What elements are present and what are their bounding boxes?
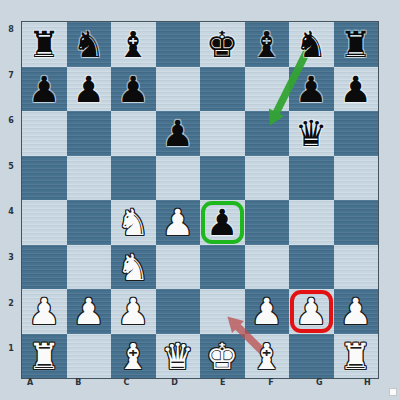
- square-c8[interactable]: ♝: [111, 22, 156, 67]
- black-knight-b8[interactable]: ♞: [67, 22, 112, 67]
- square-h1[interactable]: ♜: [334, 334, 379, 379]
- rank-label-5: 5: [5, 163, 17, 171]
- square-a4[interactable]: [22, 200, 67, 245]
- white-pawn-h2[interactable]: ♟: [334, 289, 379, 334]
- square-b7[interactable]: ♟: [67, 67, 112, 112]
- white-pawn-c2[interactable]: ♟: [111, 289, 156, 334]
- square-d8[interactable]: [156, 22, 201, 67]
- square-b6[interactable]: [67, 111, 112, 156]
- black-king-e8[interactable]: ♚: [200, 22, 245, 67]
- black-bishop-f8[interactable]: ♝: [245, 22, 290, 67]
- black-rook-h8[interactable]: ♜: [334, 22, 379, 67]
- square-b5[interactable]: [67, 156, 112, 201]
- square-a3[interactable]: [22, 245, 67, 290]
- file-label-c: C: [116, 379, 136, 387]
- square-a1[interactable]: ♜: [22, 334, 67, 379]
- white-pawn-g2[interactable]: ♟: [289, 289, 334, 334]
- square-d4[interactable]: ♟: [156, 200, 201, 245]
- square-a8[interactable]: ♜: [22, 22, 67, 67]
- square-g5[interactable]: [289, 156, 334, 201]
- square-d7[interactable]: [156, 67, 201, 112]
- black-rook-a8[interactable]: ♜: [22, 22, 67, 67]
- square-b8[interactable]: ♞: [67, 22, 112, 67]
- square-e5[interactable]: [200, 156, 245, 201]
- square-h7[interactable]: ♟: [334, 67, 379, 112]
- square-h8[interactable]: ♜: [334, 22, 379, 67]
- square-c7[interactable]: ♟: [111, 67, 156, 112]
- square-e8[interactable]: ♚: [200, 22, 245, 67]
- black-pawn-d6[interactable]: ♟: [156, 111, 201, 156]
- file-label-a: A: [20, 379, 40, 387]
- chess-board: ♜♞♝♚♝♞♜♟♟♟♟♟♟♛♞♟♟♞♟♟♟♟♟♟♜♝♛♚♝♜: [21, 21, 379, 379]
- square-f7[interactable]: [245, 67, 290, 112]
- square-c4[interactable]: ♞: [111, 200, 156, 245]
- square-f1[interactable]: ♝: [245, 334, 290, 379]
- rank-label-6: 6: [5, 117, 17, 125]
- square-c1[interactable]: ♝: [111, 334, 156, 379]
- black-knight-g8[interactable]: ♞: [289, 22, 334, 67]
- black-pawn-h7[interactable]: ♟: [334, 67, 379, 112]
- square-c3[interactable]: ♞: [111, 245, 156, 290]
- file-label-d: D: [165, 379, 185, 387]
- square-f3[interactable]: [245, 245, 290, 290]
- square-e2[interactable]: [200, 289, 245, 334]
- square-h2[interactable]: ♟: [334, 289, 379, 334]
- square-f2[interactable]: ♟: [245, 289, 290, 334]
- black-pawn-a7[interactable]: ♟: [22, 67, 67, 112]
- square-e4[interactable]: ♟: [200, 200, 245, 245]
- square-g1[interactable]: [289, 334, 334, 379]
- black-pawn-g7[interactable]: ♟: [289, 67, 334, 112]
- white-rook-h1[interactable]: ♜: [334, 334, 379, 379]
- square-a6[interactable]: [22, 111, 67, 156]
- square-d1[interactable]: ♛: [156, 334, 201, 379]
- rank-label-4: 4: [5, 208, 17, 216]
- rank-label-1: 1: [5, 345, 17, 353]
- square-h3[interactable]: [334, 245, 379, 290]
- square-h6[interactable]: [334, 111, 379, 156]
- square-b4[interactable]: [67, 200, 112, 245]
- square-d3[interactable]: [156, 245, 201, 290]
- square-g3[interactable]: [289, 245, 334, 290]
- file-label-e: E: [213, 379, 233, 387]
- white-pawn-d4[interactable]: ♟: [156, 200, 201, 245]
- white-king-e1[interactable]: ♚: [200, 334, 245, 379]
- square-e3[interactable]: [200, 245, 245, 290]
- square-f5[interactable]: [245, 156, 290, 201]
- black-queen-g6[interactable]: ♛: [289, 111, 334, 156]
- square-e6[interactable]: [200, 111, 245, 156]
- square-g4[interactable]: [289, 200, 334, 245]
- rank-label-3: 3: [5, 254, 17, 262]
- square-c5[interactable]: [111, 156, 156, 201]
- square-a5[interactable]: [22, 156, 67, 201]
- square-f4[interactable]: [245, 200, 290, 245]
- chess-app: ♜♞♝♚♝♞♜♟♟♟♟♟♟♛♞♟♟♞♟♟♟♟♟♟♜♝♛♚♝♜ 87654321A…: [0, 0, 400, 400]
- file-label-g: G: [309, 379, 329, 387]
- square-f8[interactable]: ♝: [245, 22, 290, 67]
- square-d2[interactable]: [156, 289, 201, 334]
- square-e7[interactable]: [200, 67, 245, 112]
- square-b1[interactable]: [67, 334, 112, 379]
- rank-label-2: 2: [5, 300, 17, 308]
- square-g6[interactable]: ♛: [289, 111, 334, 156]
- white-pawn-a2[interactable]: ♟: [22, 289, 67, 334]
- square-h4[interactable]: [334, 200, 379, 245]
- square-g2[interactable]: ♟: [289, 289, 334, 334]
- white-queen-d1[interactable]: ♛: [156, 334, 201, 379]
- square-f6[interactable]: [245, 111, 290, 156]
- square-e1[interactable]: ♚: [200, 334, 245, 379]
- square-d6[interactable]: ♟: [156, 111, 201, 156]
- white-knight-c3[interactable]: ♞: [111, 245, 156, 290]
- white-bishop-f1[interactable]: ♝: [245, 334, 290, 379]
- square-g8[interactable]: ♞: [289, 22, 334, 67]
- square-b3[interactable]: [67, 245, 112, 290]
- white-pawn-b2[interactable]: ♟: [67, 289, 112, 334]
- file-label-h: H: [357, 379, 377, 387]
- white-bishop-c1[interactable]: ♝: [111, 334, 156, 379]
- square-b2[interactable]: ♟: [67, 289, 112, 334]
- square-h5[interactable]: [334, 156, 379, 201]
- square-d5[interactable]: [156, 156, 201, 201]
- rank-label-8: 8: [5, 26, 17, 34]
- white-knight-c4[interactable]: ♞: [111, 200, 156, 245]
- square-c6[interactable]: [111, 111, 156, 156]
- square-a2[interactable]: ♟: [22, 289, 67, 334]
- square-g7[interactable]: ♟: [289, 67, 334, 112]
- white-pawn-f2[interactable]: ♟: [245, 289, 290, 334]
- rank-label-7: 7: [5, 72, 17, 80]
- black-pawn-c7[interactable]: ♟: [111, 67, 156, 112]
- white-rook-a1[interactable]: ♜: [22, 334, 67, 379]
- file-label-b: B: [68, 379, 88, 387]
- square-c2[interactable]: ♟: [111, 289, 156, 334]
- square-a7[interactable]: ♟: [22, 67, 67, 112]
- black-bishop-c8[interactable]: ♝: [111, 22, 156, 67]
- file-label-f: F: [261, 379, 281, 387]
- black-pawn-e4[interactable]: ♟: [200, 200, 245, 245]
- resize-handle[interactable]: [389, 388, 397, 396]
- black-pawn-b7[interactable]: ♟: [67, 67, 112, 112]
